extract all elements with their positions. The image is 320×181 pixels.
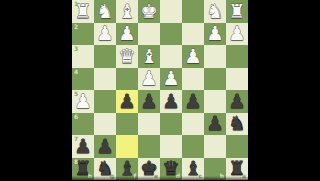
square-c5[interactable]: ♟ [182,90,204,113]
square-e2[interactable] [138,23,160,46]
piece-white-king: ♚ [140,1,157,21]
piece-white-pawn: ♟ [96,24,113,44]
rank-label-6: 6 [74,114,78,120]
square-a4[interactable] [226,68,248,91]
square-g5[interactable] [94,90,116,113]
square-e5[interactable]: ♟ [138,90,160,113]
square-b1[interactable]: ♞ [204,0,226,23]
square-d2[interactable] [160,23,182,46]
piece-black-pawn: ♟ [228,91,245,111]
square-e4[interactable]: ♟ [138,68,160,91]
piece-white-queen: ♛ [118,46,135,66]
square-a7[interactable] [226,135,248,158]
square-a3[interactable] [226,45,248,68]
piece-black-pawn: ♟ [140,91,157,111]
chess-board: ♜1♞♝♚♞♜2♟♟♟♟3♛♝♟4♟♟♟5♟♟♟♟♟6♟♞♟7♟♜8h♞g♝f♚… [72,0,248,180]
square-b5[interactable] [204,90,226,113]
square-a8[interactable]: ♜a [226,158,248,181]
square-e1[interactable]: ♚ [138,0,160,23]
square-b4[interactable] [204,68,226,91]
square-c2[interactable] [182,23,204,46]
square-a5[interactable]: ♟ [226,90,248,113]
square-h6[interactable]: 6 [72,113,94,136]
square-c6[interactable] [182,113,204,136]
rank-label-8: 8 [74,159,78,165]
square-h3[interactable]: 3 [72,45,94,68]
square-e7[interactable] [138,135,160,158]
piece-white-pawn: ♟ [228,24,245,44]
square-a1[interactable]: ♜ [226,0,248,23]
square-h7[interactable]: ♟7 [72,135,94,158]
piece-white-bishop: ♝ [140,46,157,66]
piece-black-knight: ♞ [228,114,245,134]
piece-white-knight: ♞ [206,1,223,21]
file-label-b: b [220,173,224,179]
file-label-d: d [176,173,180,179]
file-label-g: g [110,173,114,179]
square-b6[interactable]: ♟ [204,113,226,136]
square-f4[interactable] [116,68,138,91]
square-g7[interactable]: ♟ [94,135,116,158]
square-h4[interactable]: 4 [72,68,94,91]
square-d3[interactable] [160,45,182,68]
file-label-f: f [133,173,136,179]
square-b3[interactable] [204,45,226,68]
rank-label-7: 7 [74,136,78,142]
piece-white-bishop: ♝ [118,1,135,21]
square-f5[interactable]: ♟ [116,90,138,113]
rank-label-4: 4 [74,69,78,75]
square-h1[interactable]: ♜1 [72,0,94,23]
square-a6[interactable]: ♞ [226,113,248,136]
file-label-e: e [154,173,158,179]
rank-label-3: 3 [74,46,78,52]
square-c8[interactable]: ♝c [182,158,204,181]
square-f3[interactable]: ♛ [116,45,138,68]
square-c7[interactable] [182,135,204,158]
piece-black-pawn: ♟ [118,91,135,111]
piece-black-pawn: ♟ [96,136,113,156]
video-frame-letterbox: ♜1♞♝♚♞♜2♟♟♟♟3♛♝♟4♟♟♟5♟♟♟♟♟6♟♞♟7♟♜8h♞g♝f♚… [0,0,320,180]
square-d7[interactable] [160,135,182,158]
square-f6[interactable] [116,113,138,136]
square-h2[interactable]: 2 [72,23,94,46]
piece-white-pawn: ♟ [118,24,135,44]
square-b8[interactable]: b [204,158,226,181]
square-d8[interactable]: ♛d [160,158,182,181]
square-c3[interactable]: ♟ [182,45,204,68]
square-g4[interactable] [94,68,116,91]
square-a2[interactable]: ♟ [226,23,248,46]
square-e8[interactable]: ♚e [138,158,160,181]
square-g1[interactable]: ♞ [94,0,116,23]
rank-label-1: 1 [74,1,78,7]
square-d6[interactable] [160,113,182,136]
piece-white-pawn: ♟ [140,69,157,89]
square-d5[interactable]: ♟ [160,90,182,113]
piece-black-pawn: ♟ [162,91,179,111]
rank-label-5: 5 [74,91,78,97]
square-f1[interactable]: ♝ [116,0,138,23]
square-c4[interactable] [182,68,204,91]
square-f7[interactable] [116,135,138,158]
piece-black-pawn: ♟ [184,91,201,111]
square-b7[interactable] [204,135,226,158]
piece-white-rook: ♜ [228,1,245,21]
file-label-c: c [198,173,202,179]
square-d1[interactable] [160,0,182,23]
square-b2[interactable]: ♟ [204,23,226,46]
piece-black-pawn: ♟ [206,114,223,134]
piece-white-pawn: ♟ [162,69,179,89]
file-label-a: a [242,173,246,179]
square-f8[interactable]: ♝f [116,158,138,181]
square-g3[interactable] [94,45,116,68]
square-h5[interactable]: ♟5 [72,90,94,113]
piece-white-knight: ♞ [96,1,113,21]
square-c1[interactable] [182,0,204,23]
square-g8[interactable]: ♞g [94,158,116,181]
piece-white-pawn: ♟ [184,46,201,66]
rank-label-2: 2 [74,24,78,30]
square-f2[interactable]: ♟ [116,23,138,46]
file-label-h: h [88,173,92,179]
square-d4[interactable]: ♟ [160,68,182,91]
piece-white-pawn: ♟ [206,24,223,44]
square-e3[interactable]: ♝ [138,45,160,68]
square-g6[interactable] [94,113,116,136]
square-g2[interactable]: ♟ [94,23,116,46]
square-h8[interactable]: ♜8h [72,158,94,181]
square-e6[interactable] [138,113,160,136]
